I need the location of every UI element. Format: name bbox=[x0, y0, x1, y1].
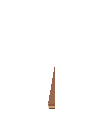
board-scene: ♜♟♟♜♞♟♟♝♟♝♝♞♟♝♛♟♟♛♚♟♟♚♟♞♟♟♟♞♜♟♟♜ bbox=[48, 26, 55, 104]
chess-set-photo[interactable]: ♜♟♟♜♞♟♟♝♟♝♝♞♟♝♛♟♟♛♚♟♟♚♟♞♟♟♟♞♜♟♟♜ bbox=[40, 16, 55, 110]
board-edge bbox=[48, 104, 55, 110]
chess-board: ♜♟♟♜♞♟♟♝♟♝♝♞♟♝♛♟♟♛♚♟♟♚♟♞♟♟♟♞♜♟♟♜ bbox=[48, 50, 55, 104]
